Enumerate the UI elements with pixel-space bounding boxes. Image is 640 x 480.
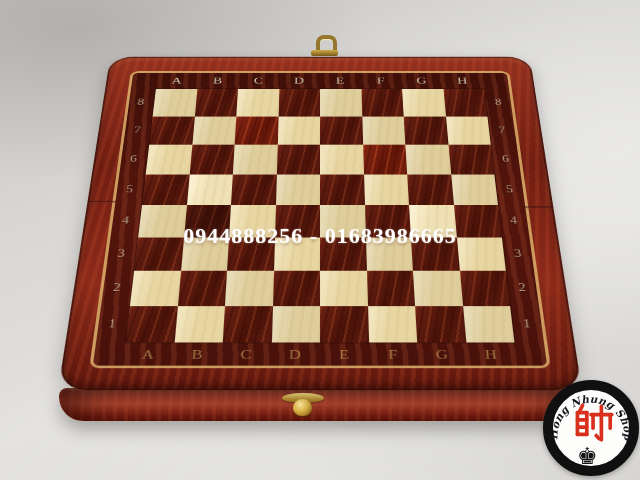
rank-label-left-4: 4 [121, 215, 131, 227]
square-e6 [320, 145, 364, 175]
square-d2 [272, 271, 320, 306]
square-f7 [362, 116, 406, 144]
file-label-top-d: D [294, 76, 305, 86]
square-d6 [276, 145, 320, 175]
square-f1 [368, 306, 418, 343]
rank-label-right-6: 6 [502, 154, 511, 165]
watermark-phone-numbers: 0944888256 - 01683986665 [183, 223, 456, 249]
square-d8 [278, 89, 320, 116]
square-c6 [233, 145, 277, 175]
rank-label-right-8: 8 [494, 98, 503, 108]
rank-label-right-7: 7 [498, 125, 507, 135]
product-photo: ABCDEFGH ABCDEFGH 87654321 87654321 0944… [0, 0, 640, 480]
rank-label-left-6: 6 [129, 154, 138, 165]
file-label-bottom-e: E [339, 347, 350, 362]
square-e1 [320, 306, 369, 343]
file-label-bottom-b: B [191, 347, 204, 362]
rank-label-left-5: 5 [125, 184, 134, 195]
hanging-ring-base [311, 50, 338, 56]
square-h6 [448, 145, 494, 175]
square-c2 [225, 271, 274, 306]
square-e5 [320, 174, 365, 205]
file-label-top-g: G [416, 76, 428, 86]
rank-label-right-2: 2 [518, 282, 528, 295]
square-h4 [454, 205, 502, 237]
square-b5 [187, 174, 233, 205]
square-d7 [277, 116, 320, 144]
rank-label-left-3: 3 [117, 248, 127, 260]
square-h8 [443, 89, 487, 116]
rank-label-right-5: 5 [505, 184, 514, 195]
fold-seam-right [524, 206, 553, 208]
square-b7 [192, 116, 236, 144]
square-f6 [363, 145, 407, 175]
square-e7 [320, 116, 363, 144]
square-h2 [459, 271, 510, 306]
square-h3 [456, 237, 505, 271]
square-f8 [361, 89, 404, 116]
square-a4 [138, 205, 186, 237]
file-label-top-h: H [457, 76, 469, 86]
square-g1 [415, 306, 466, 343]
square-f2 [366, 271, 415, 306]
file-label-top-b: B [213, 76, 224, 86]
square-a7 [149, 116, 194, 144]
file-label-bottom-f: F [388, 347, 399, 362]
square-a2 [130, 271, 181, 306]
square-a6 [146, 145, 192, 175]
square-h7 [446, 116, 491, 144]
square-a8 [153, 89, 197, 116]
square-c1 [223, 306, 273, 343]
square-a1 [126, 306, 178, 343]
square-d1 [271, 306, 320, 343]
square-b2 [177, 271, 227, 306]
rank-label-right-1: 1 [522, 317, 532, 330]
board-grid [126, 89, 515, 343]
file-labels-top: ABCDEFGH [156, 73, 484, 88]
brass-latch-knob [293, 399, 312, 416]
square-c5 [231, 174, 276, 205]
fold-seam-left [87, 201, 116, 203]
rank-label-left-1: 1 [107, 317, 117, 330]
shop-logo: Hồng Nhung Shop ♚ [543, 380, 639, 476]
square-g2 [413, 271, 463, 306]
rank-label-left-8: 8 [137, 98, 146, 108]
square-g5 [407, 174, 453, 205]
rank-label-left-2: 2 [112, 282, 122, 295]
square-h5 [451, 174, 498, 205]
rank-label-right-3: 3 [513, 248, 523, 260]
square-h1 [463, 306, 515, 343]
square-g8 [402, 89, 445, 116]
square-a3 [134, 237, 183, 271]
file-label-bottom-g: G [435, 347, 449, 362]
square-c8 [236, 89, 279, 116]
file-label-bottom-d: D [289, 347, 302, 362]
square-b8 [194, 89, 237, 116]
file-labels-bottom: ABCDEFGH [123, 343, 517, 365]
square-c7 [235, 116, 279, 144]
square-g7 [404, 116, 448, 144]
file-label-top-e: E [336, 76, 345, 86]
square-a5 [142, 174, 189, 205]
rank-label-left-7: 7 [133, 125, 142, 135]
chess-king-icon: ♚ [577, 445, 598, 468]
file-label-bottom-c: C [240, 347, 253, 362]
square-e2 [320, 271, 368, 306]
square-e8 [320, 89, 362, 116]
square-d5 [276, 174, 321, 205]
file-label-bottom-h: H [484, 347, 499, 362]
square-g6 [405, 145, 450, 175]
square-b6 [189, 145, 234, 175]
square-f5 [364, 174, 409, 205]
rank-label-right-4: 4 [509, 215, 519, 227]
file-label-top-a: A [171, 76, 183, 86]
file-label-top-f: F [377, 76, 386, 86]
file-label-top-c: C [254, 76, 265, 86]
square-b1 [174, 306, 225, 343]
file-label-bottom-a: A [141, 347, 156, 362]
board-front-edge [59, 388, 581, 421]
